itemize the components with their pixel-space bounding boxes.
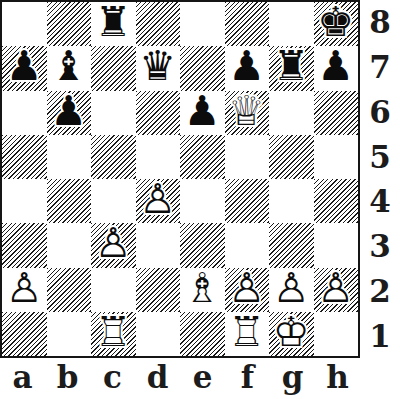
square-a4[interactable] [2, 179, 47, 223]
file-label-d: d [135, 358, 180, 399]
square-f5[interactable] [225, 135, 270, 179]
file-label-g: g [270, 358, 315, 399]
chess-board: ♜♜♚♚♟♟♝♝♛♛♟♟♜♜♟♟♟♟♟♟♛♕♟♙♟♙♟♙♝♗♟♙♟♙♟♙♜♖♜♖… [0, 0, 360, 358]
square-e6[interactable]: ♟♟ [180, 91, 225, 135]
square-d1[interactable] [136, 312, 181, 356]
square-d8[interactable] [136, 2, 181, 46]
square-e1[interactable] [180, 312, 225, 356]
square-a7[interactable]: ♟♟ [2, 46, 47, 90]
square-h8[interactable]: ♚♚ [314, 2, 359, 46]
file-label-f: f [225, 358, 270, 399]
square-h3[interactable] [314, 223, 359, 267]
square-h6[interactable] [314, 91, 359, 135]
file-label-a: a [0, 358, 45, 399]
white-rook-f1: ♜♖ [225, 312, 270, 356]
square-f2[interactable]: ♟♙ [225, 268, 270, 312]
white-pawn-d4: ♟♙ [136, 179, 181, 223]
square-h1[interactable] [314, 312, 359, 356]
square-a3[interactable] [2, 223, 47, 267]
rank-label-6: 6 [360, 90, 400, 135]
square-c3[interactable]: ♟♙ [91, 223, 136, 267]
square-g4[interactable] [269, 179, 314, 223]
file-label-b: b [45, 358, 90, 399]
rank-label-2: 2 [360, 269, 400, 314]
square-g6[interactable] [269, 91, 314, 135]
black-pawn-f7: ♟♟ [225, 46, 270, 90]
square-d2[interactable] [136, 268, 181, 312]
square-c4[interactable] [91, 179, 136, 223]
black-pawn-e6: ♟♟ [180, 91, 225, 135]
black-pawn-a7: ♟♟ [2, 46, 47, 90]
rank-label-8: 8 [360, 0, 400, 45]
square-a2[interactable]: ♟♙ [2, 268, 47, 312]
square-a8[interactable] [2, 2, 47, 46]
rank-label-3: 3 [360, 224, 400, 269]
square-a1[interactable] [2, 312, 47, 356]
square-b5[interactable] [47, 135, 92, 179]
black-rook-c8: ♜♜ [91, 2, 136, 46]
white-pawn-c3: ♟♙ [91, 223, 136, 267]
rank-label-1: 1 [360, 313, 400, 358]
square-b4[interactable] [47, 179, 92, 223]
rank-label-5: 5 [360, 134, 400, 179]
square-b7[interactable]: ♝♝ [47, 46, 92, 90]
file-label-h: h [315, 358, 360, 399]
square-b1[interactable] [47, 312, 92, 356]
chess-diagram: ♜♜♚♚♟♟♝♝♛♛♟♟♜♜♟♟♟♟♟♟♛♕♟♙♟♙♟♙♝♗♟♙♟♙♟♙♜♖♜♖… [0, 0, 400, 399]
square-f6[interactable]: ♛♕ [225, 91, 270, 135]
square-d5[interactable] [136, 135, 181, 179]
rank-label-4: 4 [360, 179, 400, 224]
square-e7[interactable] [180, 46, 225, 90]
square-c1[interactable]: ♜♖ [91, 312, 136, 356]
square-g5[interactable] [269, 135, 314, 179]
square-e3[interactable] [180, 223, 225, 267]
white-bishop-e2: ♝♗ [180, 268, 225, 312]
square-g1[interactable]: ♚♔ [269, 312, 314, 356]
file-labels: abcdefgh [0, 358, 360, 399]
square-b2[interactable] [47, 268, 92, 312]
square-c5[interactable] [91, 135, 136, 179]
square-b3[interactable] [47, 223, 92, 267]
square-h4[interactable] [314, 179, 359, 223]
square-e8[interactable] [180, 2, 225, 46]
white-king-g1: ♚♔ [269, 312, 314, 356]
square-e2[interactable]: ♝♗ [180, 268, 225, 312]
white-pawn-g2: ♟♙ [269, 268, 314, 312]
square-e4[interactable] [180, 179, 225, 223]
square-d7[interactable]: ♛♛ [136, 46, 181, 90]
black-pawn-h7: ♟♟ [314, 46, 359, 90]
black-rook-g7: ♜♜ [269, 46, 314, 90]
black-queen-d7: ♛♛ [136, 46, 181, 90]
square-b6[interactable]: ♟♟ [47, 91, 92, 135]
square-c2[interactable] [91, 268, 136, 312]
white-pawn-a2: ♟♙ [2, 268, 47, 312]
rank-labels: 87654321 [360, 0, 400, 358]
square-d3[interactable] [136, 223, 181, 267]
square-h7[interactable]: ♟♟ [314, 46, 359, 90]
square-f4[interactable] [225, 179, 270, 223]
square-e5[interactable] [180, 135, 225, 179]
square-f3[interactable] [225, 223, 270, 267]
black-pawn-b6: ♟♟ [47, 91, 92, 135]
white-pawn-h2: ♟♙ [314, 268, 359, 312]
square-g8[interactable] [269, 2, 314, 46]
black-king-h8: ♚♚ [314, 2, 359, 46]
square-h2[interactable]: ♟♙ [314, 268, 359, 312]
rank-label-7: 7 [360, 45, 400, 90]
square-d4[interactable]: ♟♙ [136, 179, 181, 223]
square-f7[interactable]: ♟♟ [225, 46, 270, 90]
square-c7[interactable] [91, 46, 136, 90]
square-a5[interactable] [2, 135, 47, 179]
square-c6[interactable] [91, 91, 136, 135]
file-label-e: e [180, 358, 225, 399]
black-bishop-b7: ♝♝ [47, 46, 92, 90]
square-g2[interactable]: ♟♙ [269, 268, 314, 312]
square-g7[interactable]: ♜♜ [269, 46, 314, 90]
white-pawn-f2: ♟♙ [225, 268, 270, 312]
square-f8[interactable] [225, 2, 270, 46]
square-a6[interactable] [2, 91, 47, 135]
white-queen-f6: ♛♕ [225, 91, 270, 135]
square-c8[interactable]: ♜♜ [91, 2, 136, 46]
white-rook-c1: ♜♖ [91, 312, 136, 356]
square-h5[interactable] [314, 135, 359, 179]
file-label-c: c [90, 358, 135, 399]
square-g3[interactable] [269, 223, 314, 267]
square-b8[interactable] [47, 2, 92, 46]
square-d6[interactable] [136, 91, 181, 135]
square-f1[interactable]: ♜♖ [225, 312, 270, 356]
